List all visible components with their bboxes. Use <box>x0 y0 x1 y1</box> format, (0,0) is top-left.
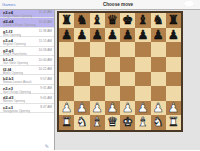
square-c6[interactable] <box>90 42 105 57</box>
square-h2[interactable]: ♟ <box>166 101 181 116</box>
square-e8[interactable]: ♚ <box>120 13 135 28</box>
piece-black-pawn[interactable]: ♟ <box>76 29 87 42</box>
list-item[interactable]: c2-c38:47 AMSaragossa Opening <box>0 104 54 114</box>
square-h8[interactable]: ♜ <box>166 13 181 28</box>
square-c3[interactable] <box>90 86 105 101</box>
row-timestamp: 10:58 AM <box>39 48 52 52</box>
square-d2[interactable]: ♟ <box>105 101 120 116</box>
list-item[interactable]: g1-f311:38 AMReti Opening <box>0 28 54 38</box>
back-button[interactable]: Games <box>2 2 16 7</box>
nav-bar: Games Choose move <box>0 0 200 10</box>
square-a5[interactable] <box>59 57 74 72</box>
square-c7[interactable]: ♟ <box>90 28 105 43</box>
square-b8[interactable]: ♞ <box>74 13 89 28</box>
square-f8[interactable]: ♝ <box>135 13 150 28</box>
square-g2[interactable]: ♟ <box>151 101 166 116</box>
square-b2[interactable]: ♟ <box>74 101 89 116</box>
square-f4[interactable] <box>135 72 150 87</box>
row-timestamp: 11:45 AM <box>39 10 52 14</box>
piece-black-pawn[interactable]: ♟ <box>153 29 164 42</box>
piece-black-pawn[interactable]: ♟ <box>168 29 179 42</box>
list-item[interactable]: d2-d39:05 AMMieses Opening <box>0 94 54 104</box>
piece-black-bishop[interactable]: ♝ <box>92 14 103 27</box>
list-item[interactable]: g2-g310:58 AMKing's Fianchetto <box>0 47 54 57</box>
square-a2[interactable]: ♟ <box>59 101 74 116</box>
piece-black-knight[interactable]: ♞ <box>153 14 164 27</box>
square-g8[interactable]: ♞ <box>151 13 166 28</box>
piece-white-pawn[interactable]: ♟ <box>168 102 179 115</box>
square-a7[interactable]: ♟ <box>59 28 74 43</box>
piece-black-queen[interactable]: ♛ <box>107 14 118 27</box>
list-item[interactable]: b2-b39:57 AMNimzo-Larsen Attack <box>0 75 54 85</box>
piece-white-rook[interactable]: ♜ <box>61 116 72 129</box>
square-c8[interactable]: ♝ <box>90 13 105 28</box>
square-h3[interactable] <box>166 86 181 101</box>
square-h5[interactable] <box>166 57 181 72</box>
square-d4[interactable] <box>105 72 120 87</box>
piece-white-knight[interactable]: ♞ <box>153 116 164 129</box>
square-f7[interactable]: ♟ <box>135 28 150 43</box>
piece-white-pawn[interactable]: ♟ <box>92 102 103 115</box>
square-e3[interactable] <box>120 86 135 101</box>
square-f5[interactable] <box>135 57 150 72</box>
list-item[interactable]: b1-c310:40 AMVan Geet Opening <box>0 56 54 66</box>
square-h4[interactable] <box>166 72 181 87</box>
square-d7[interactable]: ♟ <box>105 28 120 43</box>
nav-right-button[interactable] <box>184 1 194 6</box>
chess-board-grid: ♜♞♝♛♚♝♞♜♟♟♟♟♟♟♟♟♟♟♟♟♟♟♟♟♜♞♝♛♚♝♞♜ <box>59 13 181 130</box>
list-item[interactable]: f2-f410:22 AMBird's Opening <box>0 66 54 76</box>
square-g7[interactable]: ♟ <box>151 28 166 43</box>
piece-black-pawn[interactable]: ♟ <box>107 29 118 42</box>
piece-white-pawn[interactable]: ♟ <box>107 102 118 115</box>
chess-board: ♜♞♝♛♚♝♞♜♟♟♟♟♟♟♟♟♟♟♟♟♟♟♟♟♜♞♝♛♚♝♞♜ <box>57 11 183 132</box>
row-timestamp: 9:57 AM <box>40 77 52 81</box>
piece-black-rook[interactable]: ♜ <box>168 14 179 27</box>
piece-white-queen[interactable]: ♛ <box>107 116 118 129</box>
piece-black-pawn[interactable]: ♟ <box>137 29 148 42</box>
row-timestamp: 11:42 AM <box>39 20 52 24</box>
square-g1[interactable]: ♞ <box>151 115 166 130</box>
move-list-pane: e2-e411:45 AMKing's Pawn Openingd2-d411:… <box>0 9 55 151</box>
square-h6[interactable] <box>166 42 181 57</box>
square-a6[interactable] <box>59 42 74 57</box>
square-b5[interactable] <box>74 57 89 72</box>
page-title: Choose move <box>56 2 180 7</box>
app-window: Games Choose move e2-e411:45 AMKing's Pa… <box>0 0 200 150</box>
square-b1[interactable]: ♞ <box>74 115 89 130</box>
row-timestamp: 9:31 AM <box>40 86 52 90</box>
piece-white-pawn[interactable]: ♟ <box>76 102 87 115</box>
square-f3[interactable] <box>135 86 150 101</box>
row-timestamp: 10:22 AM <box>39 67 52 71</box>
row-timestamp: 11:15 AM <box>39 39 52 43</box>
row-timestamp: 11:38 AM <box>39 29 52 33</box>
square-a8[interactable]: ♜ <box>59 13 74 28</box>
compose-icon[interactable]: ✎ <box>45 144 49 149</box>
piece-white-pawn[interactable]: ♟ <box>153 102 164 115</box>
list-item[interactable]: d2-d411:42 AMQueen's Pawn Opening <box>0 18 54 28</box>
square-d6[interactable] <box>105 42 120 57</box>
square-e2[interactable]: ♟ <box>120 101 135 116</box>
square-c5[interactable] <box>90 57 105 72</box>
square-f6[interactable] <box>135 42 150 57</box>
square-a4[interactable] <box>59 72 74 87</box>
list-item[interactable]: e2-e39:31 AMVan't Kruijs Opening <box>0 85 54 95</box>
list-item[interactable]: c2-c411:15 AMEnglish Opening <box>0 37 54 47</box>
row-subtitle: Saragossa Opening <box>3 109 30 113</box>
square-f2[interactable]: ♟ <box>135 101 150 116</box>
piece-white-bishop[interactable]: ♝ <box>92 116 103 129</box>
square-b4[interactable] <box>74 72 89 87</box>
square-b7[interactable]: ♟ <box>74 28 89 43</box>
square-e1[interactable]: ♚ <box>120 115 135 130</box>
square-b3[interactable] <box>74 86 89 101</box>
piece-white-bishop[interactable]: ♝ <box>137 116 148 129</box>
square-b6[interactable] <box>74 42 89 57</box>
square-d3[interactable] <box>105 86 120 101</box>
piece-white-king[interactable]: ♚ <box>122 116 133 129</box>
row-timestamp: 9:05 AM <box>40 96 52 100</box>
piece-black-pawn[interactable]: ♟ <box>92 29 103 42</box>
piece-black-pawn[interactable]: ♟ <box>61 29 72 42</box>
square-d1[interactable]: ♛ <box>105 115 120 130</box>
square-e6[interactable] <box>120 42 135 57</box>
square-f1[interactable]: ♝ <box>135 115 150 130</box>
row-timestamp: 8:47 AM <box>40 105 52 109</box>
square-g4[interactable] <box>151 72 166 87</box>
piece-black-king[interactable]: ♚ <box>122 14 133 27</box>
square-d5[interactable] <box>105 57 120 72</box>
piece-black-knight[interactable]: ♞ <box>76 14 87 27</box>
list-item[interactable]: e2-e411:45 AMKing's Pawn Opening <box>0 9 54 19</box>
piece-black-rook[interactable]: ♜ <box>61 14 72 27</box>
piece-black-pawn[interactable]: ♟ <box>122 29 133 42</box>
square-a1[interactable]: ♜ <box>59 115 74 130</box>
square-g6[interactable] <box>151 42 166 57</box>
piece-black-bishop[interactable]: ♝ <box>137 14 148 27</box>
square-e7[interactable]: ♟ <box>120 28 135 43</box>
square-e5[interactable] <box>120 57 135 72</box>
square-g5[interactable] <box>151 57 166 72</box>
square-c1[interactable]: ♝ <box>90 115 105 130</box>
square-g3[interactable] <box>151 86 166 101</box>
square-c4[interactable] <box>90 72 105 87</box>
piece-white-pawn[interactable]: ♟ <box>61 102 72 115</box>
piece-white-pawn[interactable]: ♟ <box>137 102 148 115</box>
row-timestamp: 10:40 AM <box>39 58 52 62</box>
square-c2[interactable]: ♟ <box>90 101 105 116</box>
square-h7[interactable]: ♟ <box>166 28 181 43</box>
piece-white-knight[interactable]: ♞ <box>76 116 87 129</box>
square-e4[interactable] <box>120 72 135 87</box>
piece-white-pawn[interactable]: ♟ <box>122 102 133 115</box>
square-h1[interactable]: ♜ <box>166 115 181 130</box>
square-a3[interactable] <box>59 86 74 101</box>
square-d8[interactable]: ♛ <box>105 13 120 28</box>
piece-white-rook[interactable]: ♜ <box>168 116 179 129</box>
